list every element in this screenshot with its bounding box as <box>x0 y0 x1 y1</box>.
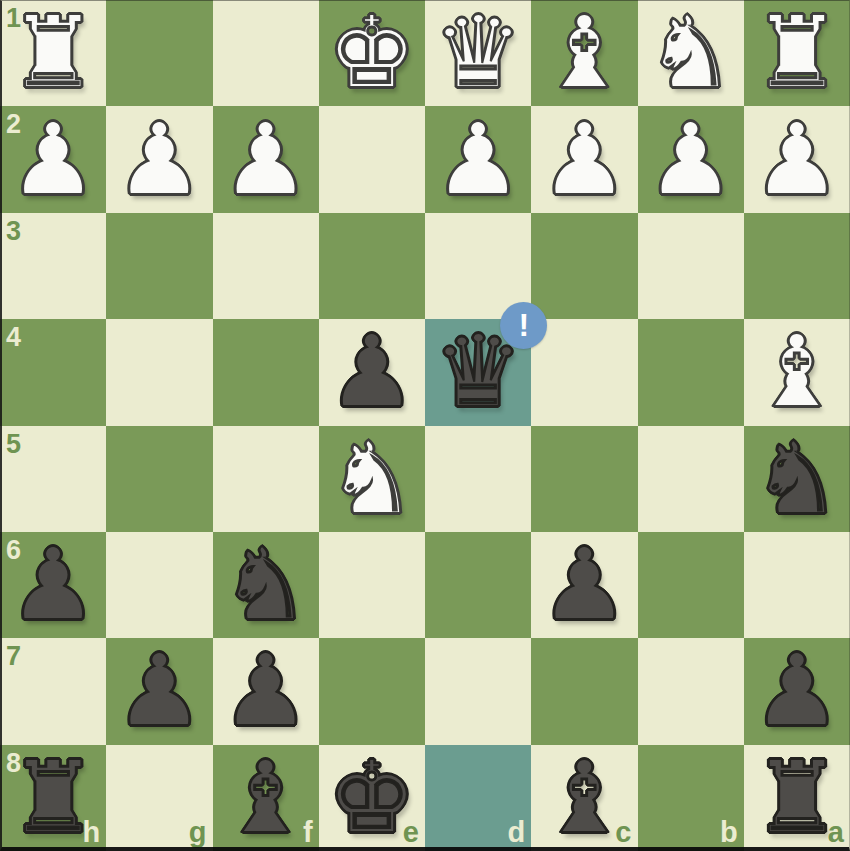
square-b3[interactable] <box>638 213 744 319</box>
black-pawn-g7[interactable]: ♟ <box>106 638 212 744</box>
square-c5[interactable] <box>531 426 637 532</box>
square-e4[interactable]: ♟ <box>319 319 425 425</box>
black-pawn-a7[interactable]: ♟ <box>744 638 850 744</box>
square-g4[interactable] <box>106 319 212 425</box>
white-pawn-d2[interactable]: ♟ <box>425 106 531 212</box>
square-e3[interactable] <box>319 213 425 319</box>
file-label-g: g <box>189 816 207 849</box>
rank-label-3: 3 <box>6 216 21 247</box>
square-h2[interactable]: 2♟ <box>0 106 106 212</box>
file-label-d: d <box>508 816 526 849</box>
white-pawn-b2[interactable]: ♟ <box>638 106 744 212</box>
square-a3[interactable] <box>744 213 850 319</box>
white-queen-d1[interactable]: ♛ <box>425 0 531 106</box>
square-c4[interactable] <box>531 319 637 425</box>
white-rook-a1[interactable]: ♜ <box>744 0 850 106</box>
white-knight-e5[interactable]: ♞ <box>319 426 425 532</box>
square-c8[interactable]: c♝ <box>531 745 637 851</box>
rank-label-4: 4 <box>6 322 21 353</box>
square-g6[interactable] <box>106 532 212 638</box>
black-rook-a8[interactable]: ♜ <box>744 745 850 851</box>
square-e7[interactable] <box>319 638 425 744</box>
white-rook-h1[interactable]: ♜ <box>0 0 106 106</box>
square-b5[interactable] <box>638 426 744 532</box>
square-f4[interactable] <box>213 319 319 425</box>
white-knight-b1[interactable]: ♞ <box>638 0 744 106</box>
white-pawn-f2[interactable]: ♟ <box>213 106 319 212</box>
square-d5[interactable] <box>425 426 531 532</box>
square-f7[interactable]: ♟ <box>213 638 319 744</box>
square-d4[interactable]: ♛! <box>425 319 531 425</box>
square-b2[interactable]: ♟ <box>638 106 744 212</box>
square-e5[interactable]: ♞ <box>319 426 425 532</box>
rank-label-5: 5 <box>6 429 21 460</box>
white-pawn-g2[interactable]: ♟ <box>106 106 212 212</box>
square-d3[interactable] <box>425 213 531 319</box>
square-f8[interactable]: f♝ <box>213 745 319 851</box>
square-g2[interactable]: ♟ <box>106 106 212 212</box>
square-g8[interactable]: g <box>106 745 212 851</box>
white-pawn-c2[interactable]: ♟ <box>531 106 637 212</box>
square-h6[interactable]: 6♟ <box>0 532 106 638</box>
black-pawn-c6[interactable]: ♟ <box>531 532 637 638</box>
black-rook-h8[interactable]: ♜ <box>0 745 106 851</box>
square-a7[interactable]: ♟ <box>744 638 850 744</box>
black-pawn-f7[interactable]: ♟ <box>213 638 319 744</box>
square-h4[interactable]: 4 <box>0 319 106 425</box>
square-f2[interactable]: ♟ <box>213 106 319 212</box>
square-d6[interactable] <box>425 532 531 638</box>
square-a6[interactable] <box>744 532 850 638</box>
square-g5[interactable] <box>106 426 212 532</box>
square-c7[interactable] <box>531 638 637 744</box>
white-pawn-h2[interactable]: ♟ <box>0 106 106 212</box>
square-a4[interactable]: ♝ <box>744 319 850 425</box>
white-king-e1[interactable]: ♚ <box>319 0 425 106</box>
square-a1[interactable]: ♜ <box>744 0 850 106</box>
square-g3[interactable] <box>106 213 212 319</box>
square-b4[interactable] <box>638 319 744 425</box>
square-g1[interactable] <box>106 0 212 106</box>
square-a8[interactable]: a♜ <box>744 745 850 851</box>
black-bishop-c8[interactable]: ♝ <box>531 745 637 851</box>
black-queen-d4[interactable]: ♛ <box>425 319 531 425</box>
square-h8[interactable]: 8h♜ <box>0 745 106 851</box>
square-f1[interactable] <box>213 0 319 106</box>
square-h5[interactable]: 5 <box>0 426 106 532</box>
square-e8[interactable]: e♚ <box>319 745 425 851</box>
square-f3[interactable] <box>213 213 319 319</box>
square-a5[interactable]: ♞ <box>744 426 850 532</box>
chess-board: 1♜♚♛♝♞♜2♟♟♟♟♟♟♟34♟♛!♝5♞♞6♟♞♟7♟♟♟8h♜gf♝e♚… <box>0 0 850 851</box>
file-label-b: b <box>720 816 738 849</box>
square-h3[interactable]: 3 <box>0 213 106 319</box>
square-d2[interactable]: ♟ <box>425 106 531 212</box>
white-bishop-a4[interactable]: ♝ <box>744 319 850 425</box>
black-knight-a5[interactable]: ♞ <box>744 426 850 532</box>
square-c2[interactable]: ♟ <box>531 106 637 212</box>
square-d1[interactable]: ♛ <box>425 0 531 106</box>
square-g7[interactable]: ♟ <box>106 638 212 744</box>
square-c6[interactable]: ♟ <box>531 532 637 638</box>
square-c1[interactable]: ♝ <box>531 0 637 106</box>
square-d7[interactable] <box>425 638 531 744</box>
black-king-e8[interactable]: ♚ <box>319 745 425 851</box>
square-b1[interactable]: ♞ <box>638 0 744 106</box>
black-pawn-e4[interactable]: ♟ <box>319 319 425 425</box>
square-e2[interactable] <box>319 106 425 212</box>
square-b6[interactable] <box>638 532 744 638</box>
square-d8[interactable]: d <box>425 745 531 851</box>
square-c3[interactable] <box>531 213 637 319</box>
square-e6[interactable] <box>319 532 425 638</box>
black-pawn-h6[interactable]: ♟ <box>0 532 106 638</box>
square-a2[interactable]: ♟ <box>744 106 850 212</box>
square-b7[interactable] <box>638 638 744 744</box>
square-e1[interactable]: ♚ <box>319 0 425 106</box>
square-f6[interactable]: ♞ <box>213 532 319 638</box>
rank-label-7: 7 <box>6 641 21 672</box>
square-h7[interactable]: 7 <box>0 638 106 744</box>
square-f5[interactable] <box>213 426 319 532</box>
black-bishop-f8[interactable]: ♝ <box>213 745 319 851</box>
square-h1[interactable]: 1♜ <box>0 0 106 106</box>
black-knight-f6[interactable]: ♞ <box>213 532 319 638</box>
white-pawn-a2[interactable]: ♟ <box>744 106 850 212</box>
white-bishop-c1[interactable]: ♝ <box>531 0 637 106</box>
square-b8[interactable]: b <box>638 745 744 851</box>
